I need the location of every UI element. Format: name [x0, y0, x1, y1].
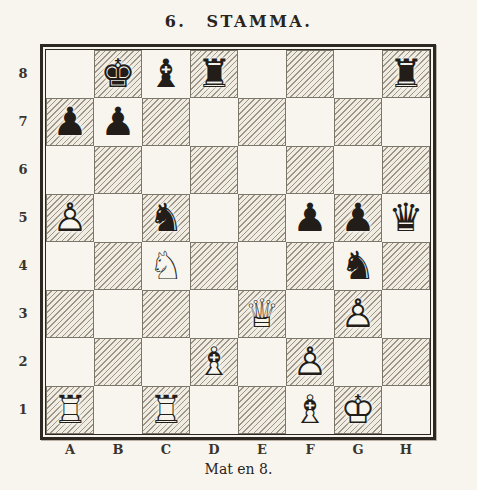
square-e1[interactable]: [238, 386, 286, 434]
file-label-d: D: [190, 442, 238, 457]
stipulation-caption: Mat en 8.: [0, 461, 477, 477]
black-queen: ♛: [382, 194, 430, 242]
square-g6[interactable]: [334, 146, 382, 194]
square-a1[interactable]: ♜♖: [46, 386, 94, 434]
square-g8[interactable]: [334, 50, 382, 98]
square-g1[interactable]: ♚♔: [334, 386, 382, 434]
square-c5[interactable]: ♞: [142, 194, 190, 242]
square-h3[interactable]: [382, 290, 430, 338]
square-e5[interactable]: [238, 194, 286, 242]
square-f5[interactable]: ♟: [286, 194, 334, 242]
black-pawn: ♟: [46, 98, 94, 146]
black-pawn: ♟: [334, 194, 382, 242]
black-bishop: ♝: [142, 50, 190, 98]
square-h7[interactable]: [382, 98, 430, 146]
book-page: 6. STAMMA. 87654321 ♚♝♜♜♟♟♟♙♞♟♟♛♞♘♞♛♕♟♙♝…: [0, 0, 477, 490]
square-f6[interactable]: [286, 146, 334, 194]
square-e2[interactable]: [238, 338, 286, 386]
square-g2[interactable]: [334, 338, 382, 386]
square-e4[interactable]: [238, 242, 286, 290]
square-b1[interactable]: [94, 386, 142, 434]
black-rook: ♜: [382, 50, 430, 98]
square-d2[interactable]: ♝♗: [190, 338, 238, 386]
square-d1[interactable]: [190, 386, 238, 434]
square-g3[interactable]: ♟♙: [334, 290, 382, 338]
black-knight: ♞: [334, 242, 382, 290]
square-a2[interactable]: [46, 338, 94, 386]
file-label-a: A: [46, 442, 94, 457]
square-f3[interactable]: [286, 290, 334, 338]
board-frame: ♚♝♜♜♟♟♟♙♞♟♟♛♞♘♞♛♕♟♙♝♗♟♙♜♖♜♖♝♗♚♔: [40, 44, 436, 440]
file-label-b: B: [94, 442, 142, 457]
black-pawn: ♟: [286, 194, 334, 242]
square-c6[interactable]: [142, 146, 190, 194]
square-e8[interactable]: [238, 50, 286, 98]
square-g4[interactable]: ♞: [334, 242, 382, 290]
square-d4[interactable]: [190, 242, 238, 290]
file-label-e: E: [238, 442, 286, 457]
white-bishop: ♝♗: [190, 338, 238, 386]
square-c3[interactable]: [142, 290, 190, 338]
square-b4[interactable]: [94, 242, 142, 290]
square-f8[interactable]: [286, 50, 334, 98]
white-rook: ♜♖: [142, 386, 190, 434]
square-h5[interactable]: ♛: [382, 194, 430, 242]
square-a8[interactable]: [46, 50, 94, 98]
square-d5[interactable]: [190, 194, 238, 242]
square-f1[interactable]: ♝♗: [286, 386, 334, 434]
rank-label-2: 2: [10, 338, 36, 386]
square-f2[interactable]: ♟♙: [286, 338, 334, 386]
square-d3[interactable]: [190, 290, 238, 338]
white-pawn: ♟♙: [334, 290, 382, 338]
file-label-h: H: [382, 442, 430, 457]
square-b7[interactable]: ♟: [94, 98, 142, 146]
black-king: ♚: [94, 50, 142, 98]
square-a7[interactable]: ♟: [46, 98, 94, 146]
square-d8[interactable]: ♜: [190, 50, 238, 98]
file-label-f: F: [286, 442, 334, 457]
black-rook: ♜: [190, 50, 238, 98]
white-pawn: ♟♙: [286, 338, 334, 386]
diagram-title: 6. STAMMA.: [0, 12, 477, 31]
file-labels: ABCDEFGH: [46, 442, 430, 457]
rank-label-4: 4: [10, 242, 36, 290]
square-d6[interactable]: [190, 146, 238, 194]
file-label-g: G: [334, 442, 382, 457]
square-f4[interactable]: [286, 242, 334, 290]
white-king: ♚♔: [334, 386, 382, 434]
white-queen: ♛♕: [238, 290, 286, 338]
square-c7[interactable]: [142, 98, 190, 146]
square-a5[interactable]: ♟♙: [46, 194, 94, 242]
white-bishop: ♝♗: [286, 386, 334, 434]
white-knight: ♞♘: [142, 242, 190, 290]
rank-label-8: 8: [10, 50, 36, 98]
square-a6[interactable]: [46, 146, 94, 194]
square-c8[interactable]: ♝: [142, 50, 190, 98]
rank-label-6: 6: [10, 146, 36, 194]
square-b6[interactable]: [94, 146, 142, 194]
square-b8[interactable]: ♚: [94, 50, 142, 98]
black-pawn: ♟: [94, 98, 142, 146]
white-pawn: ♟♙: [46, 194, 94, 242]
square-b5[interactable]: [94, 194, 142, 242]
square-c1[interactable]: ♜♖: [142, 386, 190, 434]
square-e7[interactable]: [238, 98, 286, 146]
square-f7[interactable]: [286, 98, 334, 146]
square-b2[interactable]: [94, 338, 142, 386]
square-h6[interactable]: [382, 146, 430, 194]
square-d7[interactable]: [190, 98, 238, 146]
square-g5[interactable]: ♟: [334, 194, 382, 242]
square-a3[interactable]: [46, 290, 94, 338]
square-e6[interactable]: [238, 146, 286, 194]
square-c4[interactable]: ♞♘: [142, 242, 190, 290]
board-grid: ♚♝♜♜♟♟♟♙♞♟♟♛♞♘♞♛♕♟♙♝♗♟♙♜♖♜♖♝♗♚♔: [46, 50, 430, 434]
rank-label-7: 7: [10, 98, 36, 146]
square-h4[interactable]: [382, 242, 430, 290]
square-a4[interactable]: [46, 242, 94, 290]
square-b3[interactable]: [94, 290, 142, 338]
file-label-c: C: [142, 442, 190, 457]
board-inner-border: ♚♝♜♜♟♟♟♙♞♟♟♛♞♘♞♛♕♟♙♝♗♟♙♜♖♜♖♝♗♚♔: [45, 49, 431, 435]
rank-label-1: 1: [10, 386, 36, 434]
rank-label-3: 3: [10, 290, 36, 338]
square-c2[interactable]: [142, 338, 190, 386]
square-h8[interactable]: ♜: [382, 50, 430, 98]
rank-labels: 87654321: [10, 50, 36, 434]
black-knight: ♞: [142, 194, 190, 242]
square-h1[interactable]: [382, 386, 430, 434]
square-e3[interactable]: ♛♕: [238, 290, 286, 338]
rank-label-5: 5: [10, 194, 36, 242]
square-g7[interactable]: [334, 98, 382, 146]
white-rook: ♜♖: [46, 386, 94, 434]
square-h2[interactable]: [382, 338, 430, 386]
